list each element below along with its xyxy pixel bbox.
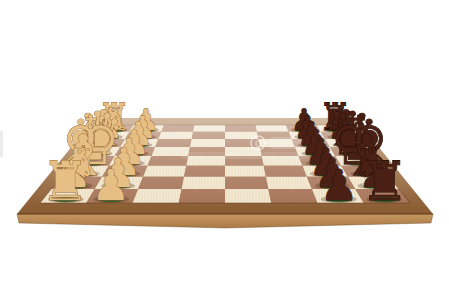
watermark-copyright-symbol: © [254,139,263,149]
piece-black-rook-h8[interactable]: ♜ [361,150,410,213]
piece-white-pawn-h2[interactable]: ♟ [92,160,130,210]
photo-edge-artifact [0,131,3,157]
watermark-text-blur [181,152,309,159]
piece-white-rook-h1[interactable]: ♜ [41,150,90,213]
chess-photo-stage: ©♜♟♟♜♞♟♟♞♝♟♟♝♛♟♟♛♚♟♟♚♝♟♟♝♞♟♟♞♜♟♟♜ [0,0,449,300]
piece-black-pawn-h7[interactable]: ♟ [320,160,358,210]
chessboard: ©♜♟♟♜♞♟♟♞♝♟♟♝♛♟♟♛♚♟♟♚♝♟♟♝♞♟♟♞♜♟♟♜ [0,0,449,300]
